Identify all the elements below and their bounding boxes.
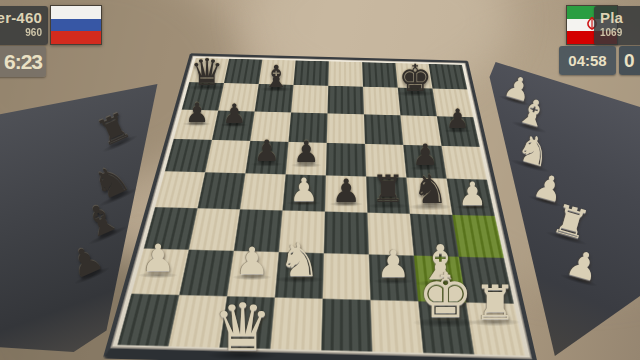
player-right-rating: 1069	[600, 27, 640, 38]
piece-black-p-e5[interactable]: ♟	[332, 174, 361, 206]
piece-black-k-g8[interactable]: ♚	[399, 59, 432, 96]
square-b3[interactable]	[189, 209, 240, 251]
square-d7[interactable]	[291, 85, 328, 113]
square-b5[interactable]	[205, 140, 250, 174]
square-f7[interactable]	[363, 87, 400, 115]
piece-black-n-g5[interactable]: ♞	[413, 170, 449, 210]
piece-white-p-a3[interactable]: ♟	[141, 240, 175, 278]
captured-white-n: ♞	[512, 127, 555, 173]
russia-flag-icon	[50, 5, 102, 45]
player-right-name: Pla	[600, 9, 640, 26]
piece-black-p-h7[interactable]: ♟	[445, 106, 469, 133]
captured-white-p: ♟	[563, 244, 604, 288]
piece-black-b-c8[interactable]: ♝	[263, 61, 291, 92]
flag-stripe	[51, 6, 101, 19]
square-b4[interactable]	[198, 172, 246, 209]
piece-white-p-f3[interactable]: ♟	[377, 246, 411, 284]
player-left-name: yer-460	[0, 9, 42, 26]
square-f6[interactable]	[364, 114, 403, 145]
square-h8[interactable]	[429, 64, 468, 90]
player-right-panel: Pla 1069	[594, 6, 640, 45]
captured-black-r: ♜	[92, 107, 136, 153]
square-d1[interactable]	[270, 297, 322, 350]
square-f8[interactable]	[362, 62, 398, 88]
square-b8[interactable]	[224, 59, 262, 84]
piece-black-p-c6[interactable]: ♟	[253, 137, 280, 167]
captured-black-p: ♟	[64, 239, 108, 285]
game-screen: ♛♝♚♟♟♟♟♟♟♟♟♜♞♟♟♟♞♟♝♚♜♛♜♞♝♟♟♝♞♟♜♟ yer-460…	[0, 0, 640, 360]
piece-white-p-h5[interactable]: ♟	[458, 178, 487, 210]
player-left-rating: 960	[0, 27, 42, 38]
square-e8[interactable]	[328, 61, 363, 87]
player-left-panel: yer-460 960	[0, 6, 48, 45]
piece-black-p-b7[interactable]: ♟	[222, 100, 246, 127]
square-e1[interactable]	[321, 298, 372, 351]
piece-black-p-a7[interactable]: ♟	[185, 99, 209, 126]
piece-white-q-c1[interactable]: ♛	[213, 295, 272, 360]
square-e6[interactable]	[327, 113, 365, 144]
player-left-clock: 6:23	[0, 46, 46, 77]
square-d8[interactable]	[293, 60, 328, 86]
player-right-clock: 04:58	[559, 46, 616, 75]
flag-stripe	[51, 19, 101, 32]
piece-white-r-h2[interactable]: ♜	[474, 279, 516, 326]
square-a5[interactable]	[165, 139, 212, 173]
piece-black-q-a8[interactable]: ♛	[190, 54, 223, 91]
piece-white-k-g2[interactable]: ♚	[418, 266, 473, 328]
piece-white-p-d5[interactable]: ♟	[290, 173, 319, 205]
square-e2[interactable]	[323, 253, 371, 300]
square-e7[interactable]	[328, 86, 364, 114]
square-e3[interactable]	[324, 212, 369, 254]
player-right-clock-secondary: 0	[619, 46, 640, 75]
piece-white-n-d3[interactable]: ♞	[278, 237, 320, 283]
square-c4[interactable]	[240, 173, 286, 210]
piece-black-r-f5[interactable]: ♜	[371, 171, 405, 209]
flag-stripe	[51, 31, 101, 44]
square-f1[interactable]	[370, 300, 423, 353]
piece-black-p-d6[interactable]: ♟	[293, 138, 320, 168]
piece-white-p-c3[interactable]: ♟	[235, 243, 269, 281]
